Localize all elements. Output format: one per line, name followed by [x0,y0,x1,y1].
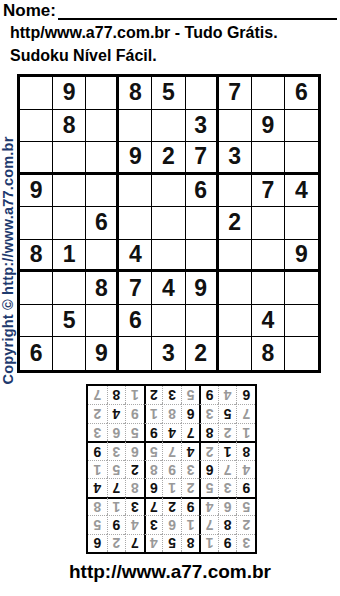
solution-cell-r2c9: 5 [88,515,107,533]
puzzle-cell-r7c5[interactable]: 4 [152,272,185,305]
solution-cell-r5c4: 3 [181,460,200,478]
puzzle-cell-r6c4[interactable]: 4 [119,240,152,273]
puzzle-cell-r2c2[interactable]: 8 [53,110,86,143]
puzzle-cell-r4c3[interactable] [86,175,119,208]
puzzle-cell-r6c9[interactable]: 9 [285,240,318,273]
solution-cell-r1c4: 8 [181,534,200,552]
solution-cell-r8c7: 9 [125,404,144,422]
puzzle-cell-r4c1[interactable]: 9 [20,175,53,208]
solution-cell-r1c3: 1 [199,534,218,552]
name-label: Nome: [3,1,56,20]
puzzle-cell-r2c7[interactable] [219,110,252,143]
puzzle-cell-r5c7[interactable]: 2 [219,207,252,240]
puzzle-cell-r4c6[interactable]: 6 [186,175,219,208]
solution-cell-r3c5: 2 [162,497,181,515]
solution-cell-r4c8: 7 [107,478,126,496]
puzzle-cell-r4c9[interactable]: 4 [285,175,318,208]
puzzle-cell-r1c5[interactable]: 5 [152,77,185,110]
solution-cell-r5c9: 1 [88,460,107,478]
solution-cell-r1c9: 6 [88,534,107,552]
puzzle-cell-r3c2[interactable] [53,142,86,175]
puzzle-cell-r5c3[interactable]: 6 [86,207,119,240]
solution-cell-r1c7: 7 [125,534,144,552]
solution-cell-r8c6: 1 [144,404,163,422]
solution-cell-r7c3: 8 [199,423,218,441]
solution-cell-r3c2: 6 [218,497,237,515]
solution-cell-r6c2: 1 [218,441,237,459]
solution-cell-r4c2: 3 [218,478,237,496]
puzzle-cell-r8c9[interactable] [285,305,318,338]
solution-cell-r3c1: 5 [236,497,255,515]
solution-cell-r8c5: 8 [162,404,181,422]
solution-cell-r7c4: 7 [181,423,200,441]
solution-cell-r4c3: 5 [199,478,218,496]
solution-cell-r9c1: 6 [236,386,255,404]
puzzle-cell-r9c9[interactable] [285,337,318,370]
puzzle-cell-r7c7[interactable] [219,272,252,305]
puzzle-cell-r8c6[interactable] [186,305,219,338]
solution-cell-r8c3: 3 [199,404,218,422]
solution-cell-r4c5: 1 [162,478,181,496]
copyright-vertical-text: Copyright © http://www.a77.com.br [0,88,17,433]
solution-cell-r9c7: 1 [125,386,144,404]
puzzle-cell-r2c8[interactable]: 9 [252,110,285,143]
solution-cell-r6c7: 6 [125,441,144,459]
name-blank-line[interactable] [58,1,337,20]
puzzle-cell-r4c5[interactable] [152,175,185,208]
solution-cell-r2c1: 2 [236,515,255,533]
solution-cell-r5c6: 8 [144,460,163,478]
puzzle-cell-r4c7[interactable] [219,175,252,208]
solution-cell-r2c5: 6 [162,515,181,533]
puzzle-cell-r2c4[interactable] [119,110,152,143]
solution-cell-r3c6: 7 [144,497,163,515]
puzzle-cell-r8c3[interactable] [86,305,119,338]
solution-cell-r1c6: 4 [144,534,163,552]
solution-cell-r3c4: 9 [181,497,200,515]
puzzle-cell-r1c6[interactable] [186,77,219,110]
footer-url: http://www.a77.com.br [0,561,340,583]
solution-cell-r7c8: 6 [107,423,126,441]
puzzle-cell-r8c8[interactable]: 4 [252,305,285,338]
solution-cell-r5c5: 9 [162,460,181,478]
solution-cell-r7c7: 5 [125,423,144,441]
puzzle-cell-r8c2[interactable]: 5 [53,305,86,338]
puzzle-cell-r9c2[interactable] [53,337,86,370]
solution-cell-r9c8: 8 [107,386,126,404]
puzzle-cell-r5c1[interactable] [20,207,53,240]
name-row: Nome: [3,1,337,20]
puzzle-cell-r9c5[interactable]: 3 [152,337,185,370]
puzzle-cell-r1c8[interactable] [252,77,285,110]
puzzle-cell-r2c3[interactable] [86,110,119,143]
solution-cell-r6c4: 4 [181,441,200,459]
solution-cell-r4c1: 9 [236,478,255,496]
solution-cell-r9c4: 5 [181,386,200,404]
solution-cell-r9c6: 2 [144,386,163,404]
solution-cell-r1c8: 2 [107,534,126,552]
sudoku-puzzle-grid: 9857683992739674628149874956469328 [17,74,321,373]
puzzle-cell-r6c7[interactable] [219,240,252,273]
puzzle-cell-r3c9[interactable] [285,142,318,175]
solution-cell-r5c3: 6 [199,460,218,478]
solution-cell-r7c5: 4 [162,423,181,441]
solution-cell-r6c5: 7 [162,441,181,459]
puzzle-cell-r4c4[interactable] [119,175,152,208]
puzzle-cell-r7c6[interactable]: 9 [186,272,219,305]
puzzle-cell-r9c7[interactable] [219,337,252,370]
puzzle-cell-r5c2[interactable] [53,207,86,240]
puzzle-cell-r7c4[interactable]: 7 [119,272,152,305]
solution-cell-r8c8: 4 [107,404,126,422]
solution-cell-r4c9: 4 [88,478,107,496]
solution-cell-r3c7: 3 [125,497,144,515]
puzzle-cell-r6c6[interactable] [186,240,219,273]
solution-cell-r4c6: 6 [144,478,163,496]
solution-cell-r6c6: 5 [144,441,163,459]
solution-cell-r8c1: 7 [236,404,255,422]
solution-cell-r5c1: 4 [236,460,255,478]
solution-cell-r7c9: 3 [88,423,107,441]
puzzle-cell-r9c6[interactable]: 2 [186,337,219,370]
puzzle-cell-r3c6[interactable]: 7 [186,142,219,175]
solution-cell-r1c2: 9 [218,534,237,552]
solution-cell-r6c3: 2 [199,441,218,459]
solution-cell-r5c2: 7 [218,460,237,478]
puzzle-cell-r5c4[interactable] [119,207,152,240]
puzzle-cell-r6c2[interactable]: 1 [53,240,86,273]
solution-cell-r3c8: 1 [107,497,126,515]
solution-cell-r2c3: 7 [199,515,218,533]
puzzle-cell-r3c8[interactable] [252,142,285,175]
puzzle-cell-r7c3[interactable]: 8 [86,272,119,305]
solution-cell-r2c4: 1 [181,515,200,533]
puzzle-cell-r4c8[interactable]: 7 [252,175,285,208]
puzzle-cell-r1c3[interactable] [86,77,119,110]
puzzle-cell-r9c1[interactable]: 6 [20,337,53,370]
puzzle-cell-r5c9[interactable] [285,207,318,240]
solution-cell-r3c3: 4 [199,497,218,515]
solution-cell-r8c9: 2 [88,404,107,422]
puzzle-cell-r5c6[interactable] [186,207,219,240]
puzzle-cell-r9c8[interactable]: 8 [252,337,285,370]
puzzle-cell-r2c5[interactable] [152,110,185,143]
puzzle-cell-r1c1[interactable] [20,77,53,110]
puzzle-cell-r7c2[interactable] [53,272,86,305]
solution-cell-r7c6: 9 [144,423,163,441]
solution-cell-r2c6: 3 [144,515,163,533]
puzzle-cell-r6c3[interactable] [86,240,119,273]
solution-cell-r1c5: 5 [162,534,181,552]
solution-cell-r1c1: 3 [236,534,255,552]
puzzle-cell-r3c5[interactable]: 2 [152,142,185,175]
site-title: http/www.a77.com.br - Tudo Grátis. [10,24,278,42]
solution-cell-r6c9: 9 [88,441,107,459]
puzzle-cell-r8c7[interactable] [219,305,252,338]
solution-cell-r5c7: 2 [125,460,144,478]
puzzle-cell-r1c4[interactable]: 8 [119,77,152,110]
solution-cell-r5c8: 5 [107,460,126,478]
solution-cell-r9c3: 9 [199,386,218,404]
sudoku-solution-grid-rotated: 3918547262871634955649273189352168744763… [86,384,257,554]
puzzle-cell-r9c4[interactable] [119,337,152,370]
puzzle-cell-r1c7[interactable]: 7 [219,77,252,110]
puzzle-cell-r9c3[interactable]: 9 [86,337,119,370]
puzzle-cell-r2c9[interactable] [285,110,318,143]
puzzle-cell-r1c2[interactable]: 9 [53,77,86,110]
solution-cell-r6c1: 8 [236,441,255,459]
solution-cell-r6c8: 3 [107,441,126,459]
puzzle-cell-r1c9[interactable]: 6 [285,77,318,110]
puzzle-cell-r6c1[interactable]: 8 [20,240,53,273]
puzzle-cell-r6c5[interactable] [152,240,185,273]
puzzle-cell-r3c1[interactable] [20,142,53,175]
solution-cell-r7c1: 1 [236,423,255,441]
puzzle-cell-r2c6[interactable]: 3 [186,110,219,143]
solution-cell-r8c2: 5 [218,404,237,422]
solution-cell-r4c7: 8 [125,478,144,496]
puzzle-level-title: Sudoku Nível Fácil. [10,47,157,65]
solution-cell-r9c2: 4 [218,386,237,404]
puzzle-cell-r2c1[interactable] [20,110,53,143]
puzzle-cell-r7c1[interactable] [20,272,53,305]
solution-cell-r2c2: 8 [218,515,237,533]
puzzle-cell-r7c8[interactable] [252,272,285,305]
solution-cell-r8c4: 6 [181,404,200,422]
solution-cell-r9c5: 3 [162,386,181,404]
solution-cell-r7c2: 2 [218,423,237,441]
puzzle-cell-r8c4[interactable]: 6 [119,305,152,338]
puzzle-cell-r8c5[interactable] [152,305,185,338]
puzzle-cell-r7c9[interactable] [285,272,318,305]
solution-cell-r2c8: 9 [107,515,126,533]
puzzle-cell-r3c3[interactable] [86,142,119,175]
puzzle-cell-r6c8[interactable] [252,240,285,273]
puzzle-cell-r5c5[interactable] [152,207,185,240]
solution-cell-r4c4: 2 [181,478,200,496]
solution-cell-r9c9: 7 [88,386,107,404]
puzzle-cell-r8c1[interactable] [20,305,53,338]
puzzle-cell-r4c2[interactable] [53,175,86,208]
solution-cell-r3c9: 8 [88,497,107,515]
puzzle-cell-r5c8[interactable] [252,207,285,240]
solution-cell-r2c7: 4 [125,515,144,533]
puzzle-cell-r3c7[interactable]: 3 [219,142,252,175]
puzzle-cell-r3c4[interactable]: 9 [119,142,152,175]
